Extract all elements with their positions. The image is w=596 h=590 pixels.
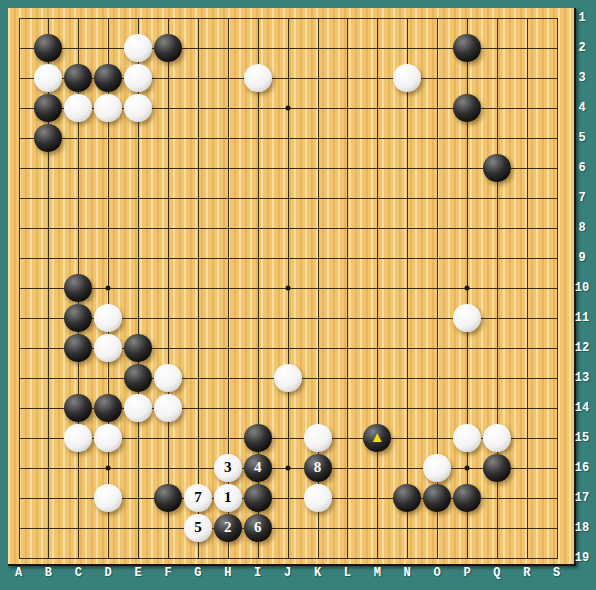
- stone-black-F17: [154, 484, 182, 512]
- stone-black-P17: [453, 484, 481, 512]
- move-number-label: 6: [254, 519, 262, 536]
- row-label-7: 7: [578, 191, 585, 205]
- stone-white-D11: [94, 304, 122, 332]
- stone-black-F2: [154, 34, 182, 62]
- col-label-S: S: [553, 566, 560, 580]
- star-point: [285, 285, 290, 290]
- stone-white-H17: 1: [214, 484, 242, 512]
- stone-white-D12: [94, 334, 122, 362]
- stone-black-C11: [64, 304, 92, 332]
- col-label-O: O: [433, 566, 440, 580]
- move-number-label: 1: [224, 489, 232, 506]
- stone-black-H18: 2: [214, 514, 242, 542]
- row-label-8: 8: [578, 221, 585, 235]
- stone-black-I15: [244, 424, 272, 452]
- col-label-M: M: [374, 566, 381, 580]
- row-label-6: 6: [578, 161, 585, 175]
- row-label-19: 19: [575, 551, 589, 565]
- stone-white-P11: [453, 304, 481, 332]
- row-label-15: 15: [575, 431, 589, 445]
- stone-white-F14: [154, 394, 182, 422]
- row-label-16: 16: [575, 461, 589, 475]
- stone-black-M15: ▲: [363, 424, 391, 452]
- row-label-4: 4: [578, 101, 585, 115]
- stone-white-C15: [64, 424, 92, 452]
- stone-black-N17: [393, 484, 421, 512]
- col-label-H: H: [224, 566, 231, 580]
- col-label-B: B: [45, 566, 52, 580]
- stone-white-G17: 7: [184, 484, 212, 512]
- stone-white-P15: [453, 424, 481, 452]
- stone-black-Q16: [483, 454, 511, 482]
- stone-black-C10: [64, 274, 92, 302]
- stone-black-C12: [64, 334, 92, 362]
- stone-white-J13: [274, 364, 302, 392]
- move-number-label: 8: [314, 459, 322, 476]
- stone-black-D3: [94, 64, 122, 92]
- grid-line: [19, 528, 558, 529]
- move-number-label: 3: [224, 459, 232, 476]
- stone-white-D17: [94, 484, 122, 512]
- row-label-3: 3: [578, 71, 585, 85]
- star-point: [285, 465, 290, 470]
- col-label-N: N: [404, 566, 411, 580]
- stone-white-E4: [124, 94, 152, 122]
- stone-black-B4: [34, 94, 62, 122]
- stone-white-I3: [244, 64, 272, 92]
- stone-white-N3: [393, 64, 421, 92]
- grid-line: [557, 18, 558, 559]
- grid-line: [377, 18, 378, 559]
- stone-white-O16: [423, 454, 451, 482]
- move-number-label: 5: [194, 519, 202, 536]
- row-label-11: 11: [575, 311, 589, 325]
- grid-line: [347, 18, 348, 559]
- stone-white-D4: [94, 94, 122, 122]
- stone-black-E12: [124, 334, 152, 362]
- col-label-Q: Q: [493, 566, 500, 580]
- stone-white-Q15: [483, 424, 511, 452]
- stone-black-D14: [94, 394, 122, 422]
- stone-white-E14: [124, 394, 152, 422]
- stone-white-B3: [34, 64, 62, 92]
- stone-white-C4: [64, 94, 92, 122]
- go-app-window: { "game": "go", "board": { "size": 19, "…: [0, 0, 596, 590]
- row-label-10: 10: [575, 281, 589, 295]
- grid-line: [19, 558, 558, 559]
- star-point: [106, 465, 111, 470]
- stone-black-C14: [64, 394, 92, 422]
- star-point: [465, 465, 470, 470]
- stone-black-P4: [453, 94, 481, 122]
- stone-white-D15: [94, 424, 122, 452]
- row-label-1: 1: [578, 11, 585, 25]
- row-label-13: 13: [575, 371, 589, 385]
- stone-black-I17: [244, 484, 272, 512]
- col-label-E: E: [134, 566, 141, 580]
- col-label-J: J: [284, 566, 291, 580]
- stone-black-P2: [453, 34, 481, 62]
- stone-black-E13: [124, 364, 152, 392]
- col-label-L: L: [344, 566, 351, 580]
- stone-black-I16: 4: [244, 454, 272, 482]
- col-label-R: R: [523, 566, 530, 580]
- stone-white-G18: 5: [184, 514, 212, 542]
- col-label-F: F: [164, 566, 171, 580]
- row-label-9: 9: [578, 251, 585, 265]
- move-number-label: 7: [194, 489, 202, 506]
- col-label-D: D: [105, 566, 112, 580]
- row-label-12: 12: [575, 341, 589, 355]
- stone-black-B5: [34, 124, 62, 152]
- row-label-14: 14: [575, 401, 589, 415]
- col-label-I: I: [254, 566, 261, 580]
- row-label-17: 17: [575, 491, 589, 505]
- move-number-label: 4: [254, 459, 262, 476]
- star-point: [465, 285, 470, 290]
- stone-black-C3: [64, 64, 92, 92]
- grid-line: [407, 18, 408, 559]
- stone-black-K16: 8: [304, 454, 332, 482]
- col-label-G: G: [194, 566, 201, 580]
- stone-white-K15: [304, 424, 332, 452]
- stone-white-K17: [304, 484, 332, 512]
- star-point: [285, 105, 290, 110]
- row-label-18: 18: [575, 521, 589, 535]
- col-label-P: P: [463, 566, 470, 580]
- col-label-A: A: [15, 566, 22, 580]
- stone-white-E3: [124, 64, 152, 92]
- stone-white-H16: 3: [214, 454, 242, 482]
- stone-white-E2: [124, 34, 152, 62]
- go-board[interactable]: ▲34871526: [8, 8, 576, 566]
- row-label-2: 2: [578, 41, 585, 55]
- move-number-label: 2: [224, 519, 232, 536]
- grid-line: [527, 18, 528, 559]
- last-move-triangle-marker-icon: ▲: [370, 430, 385, 445]
- stone-black-B2: [34, 34, 62, 62]
- col-label-C: C: [75, 566, 82, 580]
- stone-black-I18: 6: [244, 514, 272, 542]
- stone-black-O17: [423, 484, 451, 512]
- row-label-5: 5: [578, 131, 585, 145]
- stone-black-Q6: [483, 154, 511, 182]
- stone-white-F13: [154, 364, 182, 392]
- col-label-K: K: [314, 566, 321, 580]
- star-point: [106, 285, 111, 290]
